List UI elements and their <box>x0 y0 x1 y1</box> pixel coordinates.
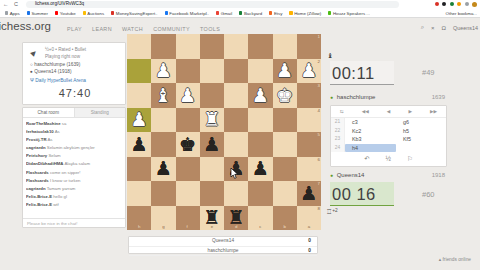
square-d7[interactable] <box>224 181 248 206</box>
chat-message: Flashcards I know ur turken <box>26 177 122 185</box>
draw-offer-icon[interactable]: ½ <box>386 155 391 162</box>
white-pawn-piece: ♟ <box>276 61 293 80</box>
game-status: Playing right now <box>45 54 80 59</box>
crosstable-name[interactable]: haschchlumpe <box>208 248 239 253</box>
address-bar[interactable]: lichess.org/UiVRvWC3q <box>26 1 399 8</box>
bookmark-item[interactable]: Home (Zillow) <box>289 11 321 16</box>
lichess-logo[interactable]: lichess.org <box>0 20 51 32</box>
tournament-link[interactable]: Ψ Daily HyperBullet Arena <box>30 78 86 83</box>
chat-username: Felix-Bricz-E <box>26 194 52 199</box>
square-d2[interactable] <box>224 59 248 84</box>
player-row-bottom[interactable]: ● Queens14 1918 <box>330 170 447 180</box>
extension-icon[interactable] <box>457 2 461 6</box>
chat-message: cagriardn Selamin aleyküm gençler <box>26 144 122 152</box>
square-a6[interactable]: 6 <box>297 157 321 182</box>
chat-username: Prostij-TR <box>26 137 47 142</box>
move-number: 22 <box>331 127 345 136</box>
screen: ← C lichess.org/UiVRvWC3q AppsSummerYout… <box>0 0 480 270</box>
move-white[interactable]: Kb3 <box>345 135 396 144</box>
rank-label: 7 <box>318 182 320 186</box>
rank-label: 2 <box>318 60 320 64</box>
crosstable-row: haschchlumpe0 <box>129 247 317 257</box>
chat-card: Chat room Standing RoarTheMachine saferh… <box>22 107 126 228</box>
square-f5[interactable]: ♚ <box>176 132 200 157</box>
square-g1[interactable] <box>151 34 175 59</box>
first-move-icon[interactable]: ◀◀ <box>362 109 369 114</box>
square-e2[interactable] <box>200 59 224 84</box>
bookmark-favicon <box>27 11 30 14</box>
chat-message: Felix-Bricz-E wtf <box>26 201 122 209</box>
bullet-speed-icon: ▶ <box>29 48 38 57</box>
move-number: 24 <box>331 144 345 153</box>
rank-label: 5 <box>318 133 320 137</box>
move-white[interactable]: Kc2 <box>345 127 396 136</box>
file-label: a <box>308 225 310 229</box>
black-pawn-piece: ♟ <box>155 159 172 178</box>
square-g6[interactable]: ♟ <box>151 157 175 182</box>
square-g8[interactable]: g <box>151 206 175 231</box>
square-a7[interactable]: ♟7 <box>297 181 321 206</box>
chat-messages: RoarTheMachine saferhatcolak10 AsProstij… <box>23 118 125 218</box>
square-d4[interactable] <box>224 108 248 133</box>
square-f2[interactable] <box>176 59 200 84</box>
extension-icon[interactable] <box>435 2 439 6</box>
square-b5[interactable] <box>273 132 297 157</box>
captured-piece-bottom: ♖+2 <box>326 208 338 216</box>
file-label: c <box>259 225 261 229</box>
square-d8[interactable]: ♜d <box>224 206 248 231</box>
player-top-rating: 1639 <box>432 92 445 102</box>
bookmark-item[interactable]: Backyard <box>239 11 262 16</box>
extension-icon[interactable] <box>442 2 446 6</box>
chat-message: DidanDibhadiHMA Alayka salam <box>26 160 122 168</box>
chess-board[interactable]: 1♟♟♟2♝♟♟♚3♟♜4♟♚♟5♟♟♟6♟7hgf♜e♜dcb8a <box>127 34 321 230</box>
tournament-clock: 47:40 <box>23 87 127 99</box>
bell-icon[interactable]: Ω <box>442 25 447 31</box>
nav-item-learn[interactable]: LEARN <box>92 26 112 32</box>
bookmark-favicon <box>5 11 8 14</box>
tournament-rank-top: #49 <box>422 68 435 77</box>
challenge-icon[interactable]: × <box>431 25 435 31</box>
move-black[interactable] <box>396 144 447 153</box>
move-actions: ↶ ½ ⚐ <box>331 152 446 165</box>
square-e8[interactable]: ♜e <box>200 206 224 231</box>
bookmark-favicon <box>111 11 114 14</box>
bookmark-item[interactable]: Youtube <box>55 11 76 16</box>
bookmark-item[interactable]: Summer <box>27 11 48 16</box>
resign-icon[interactable]: ⚐ <box>407 155 413 163</box>
bookmark-label: Apps <box>10 11 20 16</box>
square-g7[interactable] <box>151 181 175 206</box>
bookmark-item[interactable]: MoneySavingExpert.. <box>111 11 157 16</box>
nav-item-play[interactable]: PLAY <box>67 26 82 32</box>
chat-username: cagriardn <box>26 145 46 150</box>
square-a2[interactable]: ♟2 <box>297 59 321 84</box>
square-g5[interactable] <box>151 132 175 157</box>
extension-icons[interactable] <box>435 2 478 7</box>
bookmark-label: Backyard <box>244 11 262 16</box>
square-b2[interactable]: ♟ <box>273 59 297 84</box>
square-h7[interactable] <box>127 181 151 206</box>
rank-label: 6 <box>318 158 320 162</box>
extension-icon[interactable] <box>450 2 454 6</box>
square-d5[interactable] <box>224 132 248 157</box>
bookmark-item[interactable]: Auctions <box>83 11 105 16</box>
crosstable-name[interactable]: Queens14 <box>212 238 234 243</box>
extension-icon[interactable] <box>465 2 469 6</box>
file-label: e <box>211 225 213 229</box>
chat-username: Flashcards <box>26 178 49 183</box>
chat-username: Flashcards <box>26 170 49 175</box>
bookmark-item[interactable]: Gmail <box>216 11 232 16</box>
square-f1[interactable] <box>176 34 200 59</box>
black-pawn-piece: ♟ <box>300 184 317 203</box>
square-a3[interactable]: 3 <box>297 83 321 108</box>
black-king-piece: ♚ <box>179 135 196 154</box>
move-black[interactable]: h5 <box>396 127 447 136</box>
online-dot-icon: ● <box>330 172 333 178</box>
nav-item-tools[interactable]: TOOLS <box>200 26 220 32</box>
square-h6[interactable] <box>127 157 151 182</box>
square-b1[interactable] <box>273 34 297 59</box>
move-number: 23 <box>331 135 345 144</box>
square-b3[interactable]: ♚ <box>273 83 297 108</box>
mouse-cursor <box>230 168 238 179</box>
friends-arrow-icon: ▴ <box>439 257 441 262</box>
player-bottom-rating: 1918 <box>432 170 445 180</box>
square-g2[interactable]: ♟ <box>151 59 175 84</box>
bookmark-label: Summer <box>31 11 48 16</box>
white-circle-icon: ○ <box>30 62 33 67</box>
chat-username: ferhatcolak10 <box>26 129 54 134</box>
chat-username: Petrichory <box>26 153 47 158</box>
square-c2[interactable] <box>248 59 272 84</box>
square-c8[interactable]: c <box>248 206 272 231</box>
square-c1[interactable] <box>248 34 272 59</box>
black-pawn-piece: ♟ <box>131 135 148 154</box>
bookmarks-bar: AppsSummerYoutubeAuctionsMoneySavingExpe… <box>0 9 480 18</box>
bookmark-favicon <box>83 11 86 14</box>
square-c6[interactable]: ♟ <box>248 157 272 182</box>
move-row: 21c3g6 <box>331 118 446 127</box>
square-b7[interactable] <box>273 181 297 206</box>
chat-message: RoarTheMachine sa <box>26 120 122 128</box>
move-black[interactable]: g6 <box>396 118 447 127</box>
online-dot-icon: ● <box>330 94 333 100</box>
square-f7[interactable] <box>176 181 200 206</box>
bookmark-favicon <box>216 11 219 14</box>
square-f3[interactable]: ♟ <box>176 83 200 108</box>
rank-label: 4 <box>318 109 320 113</box>
square-c7[interactable] <box>248 181 272 206</box>
logged-in-username[interactable]: Queens14 <box>453 25 478 31</box>
move-toolbar: ⇆ ◀◀ ◀ ▶ ▶▶ <box>331 106 446 118</box>
square-c3[interactable]: ♟ <box>248 83 272 108</box>
clock-black-active: 00 16 <box>330 182 394 206</box>
trophy-icon: Ψ <box>30 78 34 83</box>
bookmark-favicon <box>269 11 272 14</box>
square-e7[interactable] <box>200 181 224 206</box>
friends-online[interactable]: ▴ friends online <box>439 257 471 262</box>
file-label: d <box>235 225 237 229</box>
search-icon[interactable]: ⌕ <box>421 24 424 31</box>
move-row: 22Kc2h5 <box>331 127 446 136</box>
chat-username: RoarTheMachine <box>26 121 61 126</box>
bookmark-favicon <box>55 11 58 14</box>
header-right: ⌕ × Ω Queens14 <box>421 24 478 31</box>
main-nav: PLAYLEARNWATCHCOMMUNITYTOOLS <box>67 26 220 32</box>
tournament-rank-bottom: #60 <box>422 190 435 199</box>
chat-message: ferhatcolak10 As <box>26 128 122 136</box>
bookmark-favicon <box>165 11 168 14</box>
square-f8[interactable]: f <box>176 206 200 231</box>
square-h5[interactable]: ♟ <box>127 132 151 157</box>
bookmark-label: Facebook Marketpl.. <box>169 11 209 16</box>
bookmark-item[interactable]: Etsy <box>269 11 282 16</box>
white-pawn-piece: ♟ <box>155 61 172 80</box>
square-h1[interactable] <box>127 34 151 59</box>
square-a4[interactable]: 4 <box>297 108 321 133</box>
browser-toolbar: ← C lichess.org/UiVRvWC3q <box>0 0 480 9</box>
bookmark-item[interactable]: Apps <box>5 11 20 16</box>
white-pawn-piece: ♟ <box>131 110 148 129</box>
chat-message: Petrichory Selam <box>26 152 122 160</box>
square-e1[interactable] <box>200 34 224 59</box>
square-e4[interactable]: ♜ <box>200 108 224 133</box>
square-d1[interactable] <box>224 34 248 59</box>
chat-username: cagriardn <box>26 186 46 191</box>
square-a1[interactable]: 1 <box>297 34 321 59</box>
bookmark-label: MoneySavingExpert.. <box>116 11 158 16</box>
square-a5[interactable]: 5 <box>297 132 321 157</box>
square-c4[interactable] <box>248 108 272 133</box>
square-f6[interactable] <box>176 157 200 182</box>
bookmark-favicon <box>239 11 242 14</box>
square-c5[interactable] <box>248 132 272 157</box>
square-g4[interactable] <box>151 108 175 133</box>
bookmark-label: Home (Zillow) <box>294 11 321 16</box>
square-h8[interactable]: h <box>127 206 151 231</box>
white-king-piece: ♚ <box>276 86 293 105</box>
square-b4[interactable] <box>273 108 297 133</box>
square-e6[interactable] <box>200 157 224 182</box>
flip-board-icon[interactable]: ⇆ <box>340 109 344 114</box>
tab-standing[interactable]: Standing <box>74 108 126 117</box>
white-bishop-piece: ♝ <box>155 86 172 105</box>
black-player-line[interactable]: ● Queens14 (1918) <box>30 69 72 74</box>
move-white[interactable]: h4 <box>345 144 396 153</box>
black-pawn-piece: ♟ <box>252 159 269 178</box>
nav-item-watch[interactable]: WATCH <box>122 26 143 32</box>
square-d3[interactable] <box>224 83 248 108</box>
file-label: h <box>138 225 140 229</box>
player-bottom-name[interactable]: Queens14 <box>337 172 365 178</box>
chat-input[interactable]: Please be nice in the chat! <box>23 218 125 228</box>
crosstable-row: Queens140 <box>129 237 317 247</box>
captured-piece-top-icon: ♝ <box>327 52 333 60</box>
bookmark-label: Gmail <box>221 11 232 16</box>
bookmark-label: Youtube <box>60 11 76 16</box>
square-g3[interactable]: ♝ <box>151 83 175 108</box>
player-row-top[interactable]: ● haschchlumpe 1639 <box>330 92 447 102</box>
profile-avatar[interactable] <box>472 2 477 7</box>
bookmark-label: Etsy <box>274 11 283 16</box>
black-circle-icon: ● <box>30 69 33 74</box>
square-e5[interactable]: ♟ <box>200 132 224 157</box>
square-f4[interactable] <box>176 108 200 133</box>
square-a8[interactable]: 8a <box>297 206 321 231</box>
white-rook-piece: ♜ <box>203 110 220 129</box>
nav-item-community[interactable]: COMMUNITY <box>153 26 190 32</box>
chat-message: Felix-Bricz-E hello gl <box>26 193 122 201</box>
time-control: ½+0 • Rated • Bullet <box>45 47 86 52</box>
square-h4[interactable]: ♟ <box>127 108 151 133</box>
move-number: 21 <box>331 118 345 127</box>
move-row: 23Kb3Kf5 <box>331 135 446 144</box>
rank-label: 3 <box>318 84 320 88</box>
chat-username: Felix-Bricz-E <box>26 202 52 207</box>
clock-white: 00:11 <box>330 61 394 85</box>
move-list: 21c3g622Kc2h523Kb3Kf524h4 <box>331 118 446 152</box>
white-pawn-piece: ♟ <box>179 86 196 105</box>
takeback-icon[interactable]: ↶ <box>364 155 369 163</box>
material-advantage: +2 <box>332 208 337 213</box>
move-white[interactable]: c3 <box>345 118 396 127</box>
browser-nav-icons[interactable]: ← C <box>3 1 20 7</box>
bookmark-item[interactable]: Houzz Speakers ... <box>328 11 370 16</box>
white-pawn-piece: ♟ <box>300 61 317 80</box>
tab-chat-room[interactable]: Chat room <box>23 108 74 117</box>
bookmark-favicon <box>328 11 331 14</box>
square-b8[interactable]: b <box>273 206 297 231</box>
bookmark-favicon <box>289 11 292 14</box>
crosstable-score: 0 <box>308 237 311 246</box>
next-move-icon[interactable]: ▶ <box>408 109 412 114</box>
square-b6[interactable] <box>273 157 297 182</box>
bookmark-label: Auctions <box>87 11 104 16</box>
file-label: f <box>186 225 187 229</box>
chat-message: Prostij-TR As <box>26 136 122 144</box>
square-h3[interactable] <box>127 83 151 108</box>
rank-label: 8 <box>318 207 320 211</box>
move-box: ⇆ ◀◀ ◀ ▶ ▶▶ 21c3g622Kc2h523Kb3Kf524h4 ↶ … <box>330 105 447 167</box>
square-h2[interactable] <box>127 59 151 84</box>
file-label: b <box>283 225 285 229</box>
crosstable-score: 0 <box>308 247 311 256</box>
bookmark-label: Houzz Speakers ... <box>333 11 370 16</box>
prev-move-icon[interactable]: ◀ <box>387 109 391 114</box>
move-black[interactable]: Kf5 <box>396 135 447 144</box>
rank-label: 1 <box>318 35 320 39</box>
chat-message: Flashcards come on sipper! <box>26 169 122 177</box>
player-top-name[interactable]: haschchlumpe <box>337 94 376 100</box>
white-pawn-piece: ♟ <box>252 86 269 105</box>
bookmark-item[interactable]: Facebook Marketpl.. <box>165 11 209 16</box>
square-e3[interactable] <box>200 83 224 108</box>
game-info-card: ▶ ½+0 • Rated • Bullet Playing right now… <box>22 42 126 105</box>
move-row: 24h4 <box>331 144 446 153</box>
file-label: g <box>162 225 164 229</box>
white-player-line[interactable]: ○ haschchlumpe (1639) <box>30 62 80 67</box>
crosstable: Queens140haschchlumpe0 <box>128 236 318 254</box>
chat-username: DidanDibhadiHMA <box>26 161 63 166</box>
chat-tabs: Chat room Standing <box>23 108 125 118</box>
chat-message: cagriardn Tamam yarram <box>26 185 122 193</box>
last-move-icon[interactable]: ▶▶ <box>430 109 437 114</box>
other-bookmarks[interactable]: Other bookma... <box>446 11 477 16</box>
black-pawn-piece: ♟ <box>203 135 220 154</box>
